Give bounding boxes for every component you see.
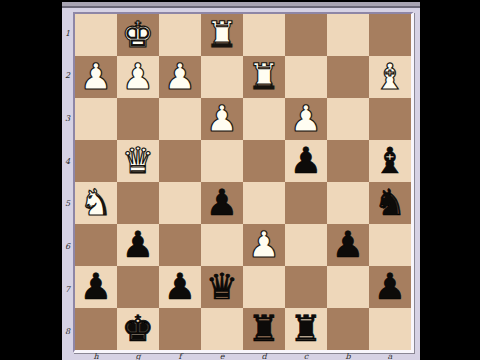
square-e1[interactable]: ♜ xyxy=(201,14,243,56)
file-label-d: d xyxy=(243,353,285,360)
square-e5[interactable]: ♟ xyxy=(201,182,243,224)
square-b8[interactable] xyxy=(327,308,369,350)
square-h3[interactable] xyxy=(75,98,117,140)
piece-white-pawn[interactable]: ♟ xyxy=(159,56,201,98)
square-b5[interactable] xyxy=(327,182,369,224)
rank-label-2: 2 xyxy=(62,55,73,98)
square-h7[interactable]: ♟ xyxy=(75,266,117,308)
piece-black-king[interactable]: ♚ xyxy=(117,308,159,350)
square-g8[interactable]: ♚ xyxy=(117,308,159,350)
piece-white-king[interactable]: ♚ xyxy=(117,14,159,56)
piece-black-pawn[interactable]: ♟ xyxy=(201,182,243,224)
square-e3[interactable]: ♟ xyxy=(201,98,243,140)
top-scrollbar[interactable] xyxy=(62,2,420,8)
file-label-h: h xyxy=(75,353,117,360)
square-h5[interactable]: ♞ xyxy=(75,182,117,224)
square-a4[interactable]: ♝ xyxy=(369,140,411,182)
piece-white-pawn[interactable]: ♟ xyxy=(201,98,243,140)
square-d2[interactable]: ♜ xyxy=(243,56,285,98)
square-c5[interactable] xyxy=(285,182,327,224)
square-f1[interactable] xyxy=(159,14,201,56)
square-f3[interactable] xyxy=(159,98,201,140)
square-b2[interactable] xyxy=(327,56,369,98)
square-h2[interactable]: ♟ xyxy=(75,56,117,98)
square-c6[interactable] xyxy=(285,224,327,266)
square-a6[interactable] xyxy=(369,224,411,266)
piece-white-rook[interactable]: ♜ xyxy=(243,56,285,98)
piece-black-pawn[interactable]: ♟ xyxy=(117,224,159,266)
square-a1[interactable] xyxy=(369,14,411,56)
square-b1[interactable] xyxy=(327,14,369,56)
piece-black-rook[interactable]: ♜ xyxy=(285,308,327,350)
square-e2[interactable] xyxy=(201,56,243,98)
video-frame: 12345678 ♚♜♟♟♟♜♝♟♟♛♟♝♞♟♞♟♟♟♟♟♛♟♚♜♜ hgfed… xyxy=(0,0,480,360)
square-b3[interactable] xyxy=(327,98,369,140)
square-b4[interactable] xyxy=(327,140,369,182)
rank-label-3: 3 xyxy=(62,97,73,140)
square-c8[interactable]: ♜ xyxy=(285,308,327,350)
square-a5[interactable]: ♞ xyxy=(369,182,411,224)
square-h6[interactable] xyxy=(75,224,117,266)
square-g5[interactable] xyxy=(117,182,159,224)
file-label-c: c xyxy=(285,353,327,360)
square-d4[interactable] xyxy=(243,140,285,182)
square-f6[interactable] xyxy=(159,224,201,266)
piece-white-queen[interactable]: ♛ xyxy=(117,140,159,182)
square-d1[interactable] xyxy=(243,14,285,56)
square-f5[interactable] xyxy=(159,182,201,224)
chess-app-panel: 12345678 ♚♜♟♟♟♜♝♟♟♛♟♝♞♟♞♟♟♟♟♟♛♟♚♜♜ hgfed… xyxy=(62,2,420,360)
piece-black-pawn[interactable]: ♟ xyxy=(327,224,369,266)
square-c3[interactable]: ♟ xyxy=(285,98,327,140)
square-d5[interactable] xyxy=(243,182,285,224)
square-e4[interactable] xyxy=(201,140,243,182)
square-a7[interactable]: ♟ xyxy=(369,266,411,308)
square-e7[interactable]: ♛ xyxy=(201,266,243,308)
file-label-a: a xyxy=(369,353,411,360)
square-a8[interactable] xyxy=(369,308,411,350)
piece-black-knight[interactable]: ♞ xyxy=(369,182,411,224)
square-e8[interactable] xyxy=(201,308,243,350)
piece-white-pawn[interactable]: ♟ xyxy=(243,224,285,266)
square-b6[interactable]: ♟ xyxy=(327,224,369,266)
file-label-f: f xyxy=(159,353,201,360)
rank-label-4: 4 xyxy=(62,140,73,183)
piece-white-bishop[interactable]: ♝ xyxy=(369,56,411,98)
file-label-b: b xyxy=(327,353,369,360)
square-d8[interactable]: ♜ xyxy=(243,308,285,350)
square-f2[interactable]: ♟ xyxy=(159,56,201,98)
square-g1[interactable]: ♚ xyxy=(117,14,159,56)
file-label-e: e xyxy=(201,353,243,360)
board-frame: ♚♜♟♟♟♜♝♟♟♛♟♝♞♟♞♟♟♟♟♟♛♟♚♜♜ xyxy=(73,12,414,353)
file-label-g: g xyxy=(117,353,159,360)
square-g4[interactable]: ♛ xyxy=(117,140,159,182)
square-c1[interactable] xyxy=(285,14,327,56)
square-d3[interactable] xyxy=(243,98,285,140)
square-g3[interactable] xyxy=(117,98,159,140)
piece-white-knight[interactable]: ♞ xyxy=(75,182,117,224)
square-e6[interactable] xyxy=(201,224,243,266)
piece-black-pawn[interactable]: ♟ xyxy=(75,266,117,308)
piece-black-rook[interactable]: ♜ xyxy=(243,308,285,350)
piece-white-pawn[interactable]: ♟ xyxy=(285,98,327,140)
rank-label-5: 5 xyxy=(62,183,73,226)
square-a3[interactable] xyxy=(369,98,411,140)
rank-label-7: 7 xyxy=(62,268,73,311)
rank-label-1: 1 xyxy=(62,12,73,55)
square-f4[interactable] xyxy=(159,140,201,182)
piece-white-pawn[interactable]: ♟ xyxy=(75,56,117,98)
piece-black-queen[interactable]: ♛ xyxy=(201,266,243,308)
square-f8[interactable] xyxy=(159,308,201,350)
square-h4[interactable] xyxy=(75,140,117,182)
square-c2[interactable] xyxy=(285,56,327,98)
square-g2[interactable]: ♟ xyxy=(117,56,159,98)
piece-black-pawn[interactable]: ♟ xyxy=(369,266,411,308)
square-g6[interactable]: ♟ xyxy=(117,224,159,266)
piece-black-bishop[interactable]: ♝ xyxy=(369,140,411,182)
square-f7[interactable]: ♟ xyxy=(159,266,201,308)
square-h8[interactable] xyxy=(75,308,117,350)
piece-white-pawn[interactable]: ♟ xyxy=(117,56,159,98)
square-d6[interactable]: ♟ xyxy=(243,224,285,266)
chess-board: ♚♜♟♟♟♜♝♟♟♛♟♝♞♟♞♟♟♟♟♟♛♟♚♜♜ xyxy=(75,14,411,350)
piece-white-rook[interactable]: ♜ xyxy=(201,14,243,56)
square-c7[interactable] xyxy=(285,266,327,308)
rank-label-6: 6 xyxy=(62,225,73,268)
piece-black-pawn[interactable]: ♟ xyxy=(285,140,327,182)
rank-labels: 12345678 xyxy=(62,12,73,353)
square-b7[interactable] xyxy=(327,266,369,308)
square-a2[interactable]: ♝ xyxy=(369,56,411,98)
rank-label-8: 8 xyxy=(62,310,73,353)
square-g7[interactable] xyxy=(117,266,159,308)
file-labels: hgfedcba xyxy=(75,353,411,360)
square-d7[interactable] xyxy=(243,266,285,308)
square-h1[interactable] xyxy=(75,14,117,56)
piece-black-pawn[interactable]: ♟ xyxy=(159,266,201,308)
square-c4[interactable]: ♟ xyxy=(285,140,327,182)
